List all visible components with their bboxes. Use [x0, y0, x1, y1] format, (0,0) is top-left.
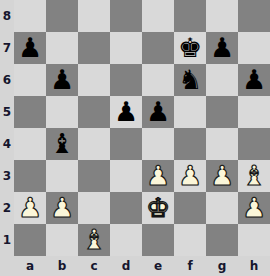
square-g7[interactable]: ♟: [206, 32, 238, 64]
rank-label-4: 4: [0, 128, 14, 160]
square-b4[interactable]: ♝: [46, 128, 78, 160]
chess-board: ♟♚♟♟♞♟♟♟♝♟♟♟♝♟♟♚♟♝: [14, 0, 270, 256]
square-g8[interactable]: [206, 0, 238, 32]
rank-labels: 8 7 6 5 4 3 2 1: [0, 0, 14, 256]
file-label-c: c: [78, 256, 110, 276]
square-d5[interactable]: ♟: [110, 96, 142, 128]
file-label-h: h: [238, 256, 270, 276]
white-pawn: ♟: [210, 160, 234, 192]
square-b3[interactable]: [46, 160, 78, 192]
square-c5[interactable]: [78, 96, 110, 128]
square-a1[interactable]: [14, 224, 46, 256]
square-h6[interactable]: ♟: [238, 64, 270, 96]
square-f3[interactable]: ♟: [174, 160, 206, 192]
square-h8[interactable]: [238, 0, 270, 32]
rank-label-6: 6: [0, 64, 14, 96]
black-king: ♚: [178, 32, 202, 64]
square-e7[interactable]: [142, 32, 174, 64]
black-pawn: ♟: [146, 96, 170, 128]
square-g5[interactable]: [206, 96, 238, 128]
square-a6[interactable]: [14, 64, 46, 96]
square-f6[interactable]: ♞: [174, 64, 206, 96]
file-label-d: d: [110, 256, 142, 276]
rank-label-3: 3: [0, 160, 14, 192]
square-d6[interactable]: [110, 64, 142, 96]
square-h7[interactable]: [238, 32, 270, 64]
black-pawn: ♟: [210, 32, 234, 64]
square-d1[interactable]: [110, 224, 142, 256]
square-e3[interactable]: ♟: [142, 160, 174, 192]
white-bishop: ♝: [82, 224, 106, 256]
rank-label-5: 5: [0, 96, 14, 128]
square-c3[interactable]: [78, 160, 110, 192]
square-d3[interactable]: [110, 160, 142, 192]
square-g2[interactable]: [206, 192, 238, 224]
square-h3[interactable]: ♝: [238, 160, 270, 192]
white-bishop: ♝: [242, 160, 266, 192]
square-c2[interactable]: [78, 192, 110, 224]
square-f1[interactable]: [174, 224, 206, 256]
square-b1[interactable]: [46, 224, 78, 256]
square-b5[interactable]: [46, 96, 78, 128]
black-pawn: ♟: [18, 32, 42, 64]
square-h2[interactable]: ♟: [238, 192, 270, 224]
white-pawn: ♟: [178, 160, 202, 192]
square-c4[interactable]: [78, 128, 110, 160]
square-d4[interactable]: [110, 128, 142, 160]
rank-label-8: 8: [0, 0, 14, 32]
square-d8[interactable]: [110, 0, 142, 32]
square-a3[interactable]: [14, 160, 46, 192]
square-f4[interactable]: [174, 128, 206, 160]
square-g6[interactable]: [206, 64, 238, 96]
square-e1[interactable]: [142, 224, 174, 256]
rank-label-1: 1: [0, 224, 14, 256]
square-a4[interactable]: [14, 128, 46, 160]
square-h5[interactable]: [238, 96, 270, 128]
square-g3[interactable]: ♟: [206, 160, 238, 192]
rank-label-7: 7: [0, 32, 14, 64]
square-g4[interactable]: [206, 128, 238, 160]
file-labels: a b c d e f g h: [14, 256, 270, 276]
square-f7[interactable]: ♚: [174, 32, 206, 64]
square-b7[interactable]: [46, 32, 78, 64]
black-pawn: ♟: [242, 64, 266, 96]
white-pawn: ♟: [50, 192, 74, 224]
square-g1[interactable]: [206, 224, 238, 256]
square-e2[interactable]: ♚: [142, 192, 174, 224]
square-c7[interactable]: [78, 32, 110, 64]
square-c6[interactable]: [78, 64, 110, 96]
white-pawn: ♟: [18, 192, 42, 224]
file-label-g: g: [206, 256, 238, 276]
file-label-a: a: [14, 256, 46, 276]
black-bishop: ♝: [50, 128, 74, 160]
square-b6[interactable]: ♟: [46, 64, 78, 96]
black-knight: ♞: [178, 64, 202, 96]
white-pawn: ♟: [146, 160, 170, 192]
square-b8[interactable]: [46, 0, 78, 32]
square-e5[interactable]: ♟: [142, 96, 174, 128]
file-label-e: e: [142, 256, 174, 276]
square-b2[interactable]: ♟: [46, 192, 78, 224]
square-d2[interactable]: [110, 192, 142, 224]
chess-diagram: 8 7 6 5 4 3 2 1 ♟♚♟♟♞♟♟♟♝♟♟♟♝♟♟♚♟♝ a b c…: [0, 0, 270, 276]
file-label-b: b: [46, 256, 78, 276]
black-pawn: ♟: [50, 64, 74, 96]
rank-label-2: 2: [0, 192, 14, 224]
white-king: ♚: [146, 192, 170, 224]
white-pawn: ♟: [242, 192, 266, 224]
square-e4[interactable]: [142, 128, 174, 160]
square-a7[interactable]: ♟: [14, 32, 46, 64]
square-f8[interactable]: [174, 0, 206, 32]
square-c1[interactable]: ♝: [78, 224, 110, 256]
square-h1[interactable]: [238, 224, 270, 256]
square-c8[interactable]: [78, 0, 110, 32]
black-pawn: ♟: [114, 96, 138, 128]
square-e6[interactable]: [142, 64, 174, 96]
square-e8[interactable]: [142, 0, 174, 32]
square-a8[interactable]: [14, 0, 46, 32]
square-f2[interactable]: [174, 192, 206, 224]
square-d7[interactable]: [110, 32, 142, 64]
file-label-f: f: [174, 256, 206, 276]
square-h4[interactable]: [238, 128, 270, 160]
square-f5[interactable]: [174, 96, 206, 128]
square-a2[interactable]: ♟: [14, 192, 46, 224]
square-a5[interactable]: [14, 96, 46, 128]
